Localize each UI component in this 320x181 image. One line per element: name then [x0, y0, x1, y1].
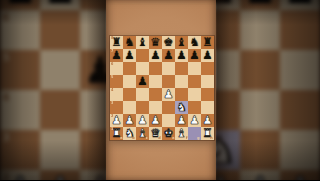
square-a7[interactable]: 7♟: [110, 49, 123, 62]
bg-square-a6: 6: [0, 10, 40, 50]
file-label-a: a: [120, 136, 122, 140]
bg-square-a4: 4: [0, 90, 40, 130]
bg-square-b3: [40, 130, 80, 170]
file-label-f: f: [186, 136, 187, 140]
square-d4[interactable]: [149, 88, 162, 101]
square-b1[interactable]: b♞: [123, 127, 136, 140]
rank-label-5: 5: [111, 75, 113, 79]
piece-black-pawn-b7[interactable]: ♟: [124, 50, 134, 62]
bg-square-g6: [240, 10, 280, 50]
piece-black-pawn-g7[interactable]: ♟: [189, 50, 199, 62]
square-g4[interactable]: [188, 88, 201, 101]
bg-square-a5: 5: [0, 50, 40, 90]
bg-piece-black-pawn-g7: ♟: [243, 0, 276, 9]
piece-black-bishop-c8[interactable]: ♝: [137, 37, 147, 49]
bg-square-h3: [280, 130, 320, 170]
piece-black-pawn-h7[interactable]: ♟: [202, 50, 212, 62]
rank-label-1: 1: [111, 127, 113, 131]
square-c1[interactable]: c♝: [136, 127, 149, 140]
rank-label-7: 7: [111, 49, 113, 53]
piece-white-knight-f3[interactable]: ♞: [176, 102, 186, 114]
bg-rank-label-4: 4: [2, 91, 10, 104]
piece-white-pawn-f2[interactable]: ♟: [176, 115, 186, 127]
bg-square-g2: ♟: [240, 170, 280, 180]
square-g7[interactable]: ♟: [188, 49, 201, 62]
piece-black-rook-h8[interactable]: ♜: [202, 37, 212, 49]
bg-piece-white-pawn-h2: ♟: [283, 172, 316, 181]
piece-white-pawn-c2[interactable]: ♟: [137, 115, 147, 127]
square-a1[interactable]: 1a♜: [110, 127, 123, 140]
square-c4[interactable]: [136, 88, 149, 101]
piece-black-knight-b8[interactable]: ♞: [124, 37, 134, 49]
bg-square-g7: ♟: [240, 0, 280, 10]
piece-white-pawn-b2[interactable]: ♟: [124, 115, 134, 127]
piece-black-pawn-d7[interactable]: ♟: [150, 50, 160, 62]
square-d6[interactable]: [149, 62, 162, 75]
bg-rank-label-2: 2: [2, 171, 10, 180]
piece-white-pawn-d2[interactable]: ♟: [150, 115, 160, 127]
bg-square-a3: 3: [0, 130, 40, 170]
piece-white-pawn-e4[interactable]: ♟: [163, 89, 173, 101]
square-h6[interactable]: [201, 62, 214, 75]
square-h7[interactable]: ♟: [201, 49, 214, 62]
bg-square-a7: 7♟: [0, 0, 40, 10]
rank-label-3: 3: [111, 101, 113, 105]
square-f7[interactable]: ♟: [175, 49, 188, 62]
file-label-d: d: [159, 136, 161, 140]
bg-piece-black-pawn-h7: ♟: [283, 0, 316, 9]
chess-board: 8♜♞♝♛♚♝♞♜7♟♟♟♟♟♟♟65♟4♟3♞2♟♟♟♟♟♟♟1a♜b♞c♝d…: [110, 36, 214, 140]
bg-piece-black-pawn-b7: ♟: [43, 0, 76, 9]
bg-square-h5: [280, 50, 320, 90]
bg-square-b2: ♟: [40, 170, 80, 180]
square-b7[interactable]: ♟: [123, 49, 136, 62]
file-label-e: e: [172, 136, 174, 140]
bg-rank-label-3: 3: [2, 131, 10, 144]
bg-square-b7: ♟: [40, 0, 80, 10]
square-a6[interactable]: 6: [110, 62, 123, 75]
square-h1[interactable]: h♜: [201, 127, 214, 140]
square-e4[interactable]: ♟: [162, 88, 175, 101]
square-d7[interactable]: ♟: [149, 49, 162, 62]
square-b5[interactable]: [123, 75, 136, 88]
square-b4[interactable]: [123, 88, 136, 101]
rank-label-2: 2: [111, 114, 113, 118]
square-d5[interactable]: [149, 75, 162, 88]
square-g1[interactable]: g: [188, 127, 201, 140]
piece-white-pawn-g2[interactable]: ♟: [189, 115, 199, 127]
rank-label-8: 8: [111, 36, 113, 40]
piece-black-pawn-e7[interactable]: ♟: [163, 50, 173, 62]
square-h5[interactable]: [201, 75, 214, 88]
bg-piece-white-pawn-g2: ♟: [243, 172, 276, 181]
file-label-b: b: [133, 136, 135, 140]
bg-square-h7: ♟: [280, 0, 320, 10]
bg-square-h2: ♟: [280, 170, 320, 180]
square-a4[interactable]: 4: [110, 88, 123, 101]
square-e3[interactable]: [162, 101, 175, 114]
piece-black-pawn-f7[interactable]: ♟: [176, 50, 186, 62]
bg-square-b4: [40, 90, 80, 130]
square-e7[interactable]: ♟: [162, 49, 175, 62]
bg-square-a2: 2♟: [0, 170, 40, 180]
file-label-g: g: [198, 136, 200, 140]
file-label-c: c: [146, 136, 148, 140]
rank-label-4: 4: [111, 88, 113, 92]
bg-piece-white-pawn-b2: ♟: [43, 172, 76, 181]
bg-square-g3: [240, 130, 280, 170]
piece-black-queen-d8[interactable]: ♛: [150, 37, 160, 49]
bg-square-g4: [240, 90, 280, 130]
square-f1[interactable]: f♝: [175, 127, 188, 140]
square-a5[interactable]: 5: [110, 75, 123, 88]
bg-square-h4: [280, 90, 320, 130]
square-b6[interactable]: [123, 62, 136, 75]
bg-square-h6: [280, 10, 320, 50]
square-g6[interactable]: [188, 62, 201, 75]
rank-label-6: 6: [111, 62, 113, 66]
bg-piece-black-pawn-a7: ♟: [3, 0, 36, 9]
square-g2[interactable]: ♟: [188, 114, 201, 127]
square-c5[interactable]: ♟: [136, 75, 149, 88]
video-frame: 8♜♞♝♛♚♝♞♜7♟♟♟♟♟♟♟65♟4♟3♞2♟♟♟♟♟♟♟1a♜b♞c♝d…: [0, 0, 320, 180]
square-f5[interactable]: [175, 75, 188, 88]
bg-square-b5: [40, 50, 80, 90]
bg-rank-label-6: 6: [2, 11, 10, 24]
bg-square-g5: [240, 50, 280, 90]
file-label-h: h: [211, 136, 213, 140]
square-e1[interactable]: e♚: [162, 127, 175, 140]
square-c8[interactable]: ♝: [136, 36, 149, 49]
square-h4[interactable]: [201, 88, 214, 101]
bg-rank-label-5: 5: [2, 51, 10, 64]
square-f6[interactable]: [175, 62, 188, 75]
square-g5[interactable]: [188, 75, 201, 88]
piece-white-pawn-h2[interactable]: ♟: [202, 115, 212, 127]
piece-black-king-e8[interactable]: ♚: [163, 37, 173, 49]
square-e6[interactable]: [162, 62, 175, 75]
piece-black-pawn-c5[interactable]: ♟: [137, 76, 147, 88]
piece-black-knight-g8[interactable]: ♞: [189, 37, 199, 49]
bg-square-b6: [40, 10, 80, 50]
video-content-strip: 8♜♞♝♛♚♝♞♜7♟♟♟♟♟♟♟65♟4♟3♞2♟♟♟♟♟♟♟1a♜b♞c♝d…: [106, 0, 216, 180]
square-d1[interactable]: d♛: [149, 127, 162, 140]
piece-black-bishop-f8[interactable]: ♝: [176, 37, 186, 49]
square-c7[interactable]: [136, 49, 149, 62]
